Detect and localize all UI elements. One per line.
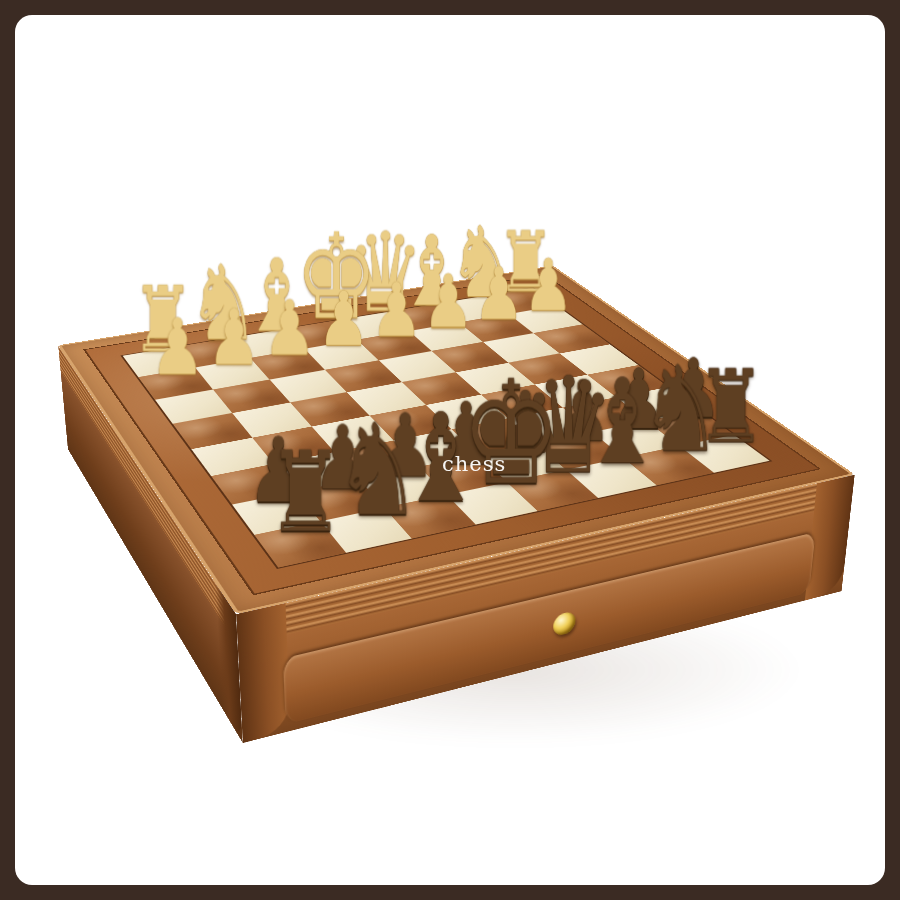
piece-white-pawn[interactable]: ♟ — [471, 257, 527, 329]
piece-white-pawn[interactable]: ♟ — [147, 308, 207, 386]
piece-white-pawn[interactable]: ♟ — [368, 274, 425, 348]
piece-white-pawn[interactable]: ♟ — [205, 299, 264, 376]
piece-white-pawn[interactable]: ♟ — [420, 265, 476, 338]
piece-white-pawn[interactable]: ♟ — [521, 250, 576, 321]
chess-box-scene: ♜♞♝♚♛♝♞♜♟♟♟♟♟♟♟♟♟♟♟♟♟♟♟♟♜♞♝♚♛♝♞♜ — [126, 105, 726, 705]
square-h8[interactable]: ♜ — [255, 521, 347, 567]
piece-white-pawn[interactable]: ♟ — [260, 290, 318, 366]
square-d3[interactable] — [379, 351, 456, 382]
corner-post-front-left — [236, 603, 290, 743]
chess-box: ♜♞♝♚♛♝♞♜♟♟♟♟♟♟♟♟♟♟♟♟♟♟♟♟♜♞♝♚♛♝♞♜ — [58, 265, 855, 614]
piece-white-pawn[interactable]: ♟ — [315, 282, 372, 357]
photo-border-frame: ♜♞♝♚♛♝♞♜♟♟♟♟♟♟♟♟♟♟♟♟♟♟♟♟♜♞♝♚♛♝♞♜ c — [0, 0, 900, 900]
piece-black-rook[interactable]: ♜ — [267, 436, 338, 547]
photo-background: ♜♞♝♚♛♝♞♜♟♟♟♟♟♟♟♟♟♟♟♟♟♟♟♟♜♞♝♚♛♝♞♜ c — [15, 15, 885, 885]
square-h2[interactable]: ♟ — [138, 368, 213, 400]
drawer-knob[interactable] — [553, 610, 576, 637]
watermark-text: chess — [442, 452, 506, 476]
